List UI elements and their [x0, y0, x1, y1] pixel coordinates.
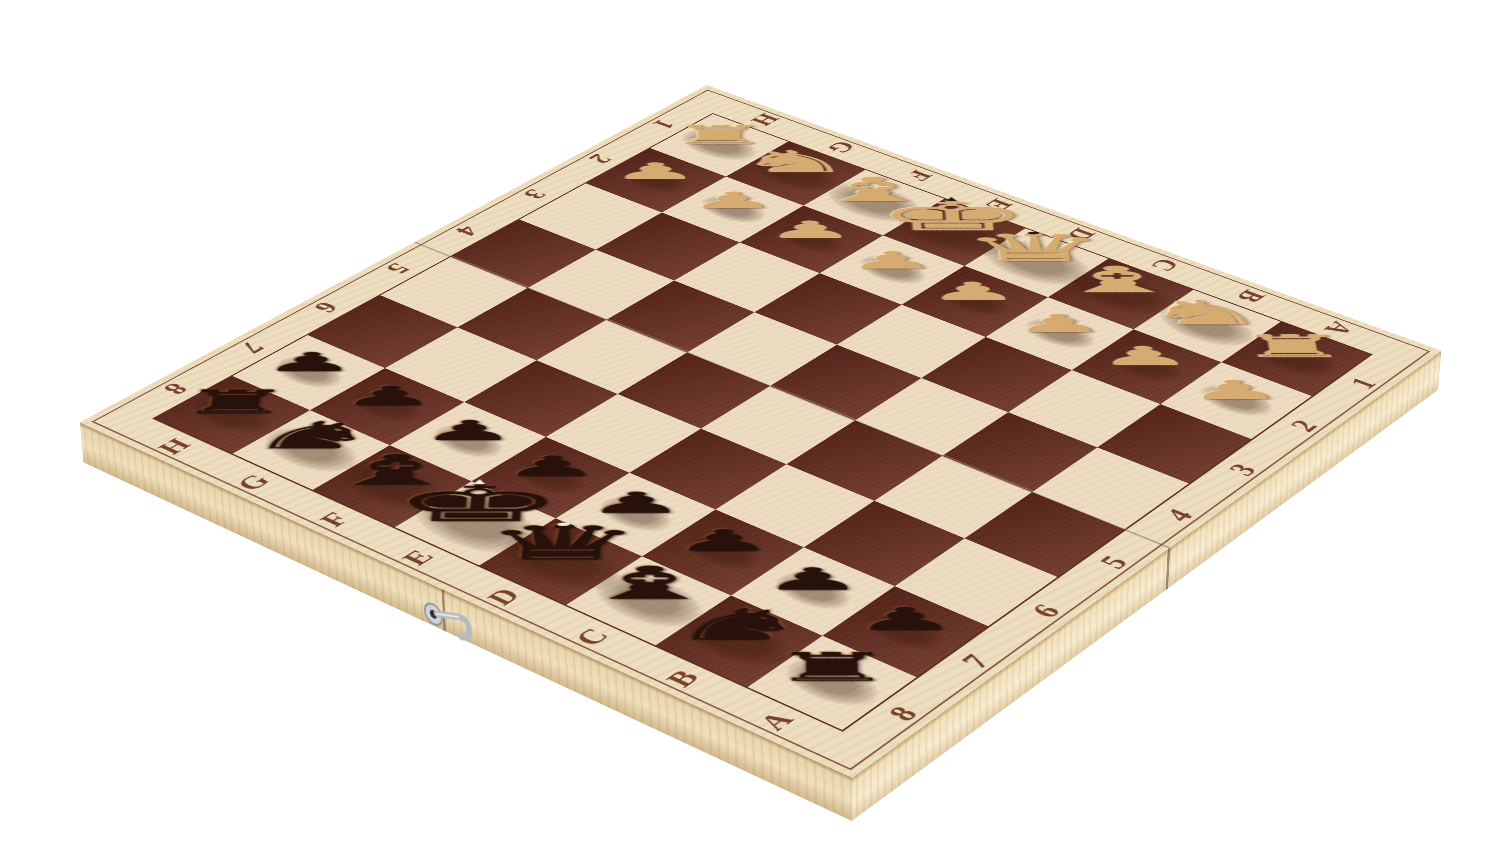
square-b8	[656, 595, 823, 687]
rank-label-afile-3: 3	[1223, 461, 1262, 479]
square-a6	[895, 538, 1058, 626]
square-a7	[822, 586, 988, 677]
rank-label-afile-1: 1	[1344, 375, 1382, 392]
rank-label-afile-6: 6	[1026, 601, 1067, 621]
white-pawn-glyph: ♟	[612, 160, 700, 182]
rank-label-hfile-4: 4	[450, 223, 484, 238]
rank-label-afile-5: 5	[1094, 552, 1134, 572]
square-e6	[546, 394, 701, 473]
rank-label-hfile-5: 5	[380, 261, 415, 277]
white-pawn-glyph: ♟	[1011, 311, 1107, 336]
square-d8	[479, 518, 642, 605]
rank-label-afile-8: 8	[882, 703, 924, 725]
black-pawn-glyph: ♟	[261, 349, 360, 375]
rank-label-afile-2: 2	[1285, 417, 1324, 435]
square-c8	[566, 556, 731, 645]
white-knight-glyph: ♞	[1140, 296, 1271, 330]
file-label-near-F: F	[314, 509, 355, 530]
square-f8	[313, 445, 472, 527]
rank-label-hfile-3: 3	[518, 187, 552, 202]
photo-scene: AABBCCDDEEFFGGHH8877665544332211 ♜♞♟♝♟♚♟…	[0, 0, 1500, 850]
white-king-finial	[946, 197, 957, 201]
square-b7	[731, 547, 895, 635]
file-label-near-E: E	[396, 547, 439, 569]
square-a3	[1097, 404, 1251, 483]
square-b4	[942, 412, 1097, 492]
white-queen-finial	[1028, 232, 1040, 235]
white-pawn-glyph: ♟	[688, 189, 777, 212]
square-c7	[642, 510, 804, 596]
square-c6	[716, 464, 875, 547]
file-label-near-D: D	[481, 585, 526, 609]
white-rook-glyph: ♜	[1234, 331, 1353, 362]
rank-label-hfile-6: 6	[308, 299, 343, 315]
white-pawn-glyph: ♟	[846, 248, 938, 272]
square-a8	[748, 636, 917, 730]
square-e7	[472, 437, 630, 518]
file-label-near-G: G	[231, 471, 276, 494]
square-a5	[965, 492, 1125, 577]
square-b5	[874, 456, 1032, 539]
file-label-near-B: B	[660, 667, 705, 691]
square-a4	[1032, 447, 1189, 529]
file-label-near-H: H	[152, 435, 196, 457]
white-pawn-glyph: ♟	[767, 218, 857, 241]
square-b6	[804, 501, 965, 586]
square-d5	[701, 386, 855, 464]
rank-label-afile-4: 4	[1160, 506, 1200, 525]
square-d7	[556, 473, 716, 557]
white-pawn-glyph: ♟	[1097, 343, 1195, 369]
white-pawn-glyph: ♟	[928, 279, 1022, 304]
chess-board: AABBCCDDEEFFGGHH8877665544332211 ♜♞♟♝♟♚♟…	[80, 85, 1442, 778]
square-e8	[395, 481, 556, 565]
latch-icon	[412, 578, 481, 667]
square-c5	[786, 420, 942, 500]
square-c4	[855, 378, 1008, 456]
file-label-near-C: C	[569, 625, 615, 649]
file-label-near-A: A	[753, 708, 800, 734]
square-d6	[630, 429, 787, 510]
rank-label-afile-7: 7	[955, 651, 996, 672]
rank-label-hfile-2: 2	[583, 152, 617, 166]
